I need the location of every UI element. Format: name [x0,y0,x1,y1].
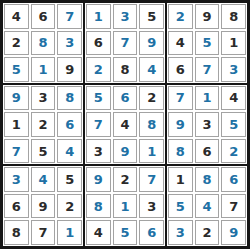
cell-r8c9[interactable]: 7 [221,194,246,219]
cell-r1c6[interactable]: 5 [139,4,164,29]
cell-r7c3[interactable]: 5 [57,167,82,192]
block-r1c3: 298451673 [166,2,248,84]
cell-r4c4[interactable]: 5 [86,86,111,111]
cell-r3c3[interactable]: 9 [57,57,82,82]
cell-r3c1[interactable]: 5 [4,57,29,82]
block-r1c2: 135679284 [84,2,166,84]
block-r1c1: 467283519 [2,2,84,84]
cell-r8c2[interactable]: 9 [31,194,56,219]
cell-r6c7[interactable]: 8 [168,139,193,164]
cell-r9c2[interactable]: 7 [31,220,56,245]
cell-r6c6[interactable]: 1 [139,139,164,164]
cell-r3c6[interactable]: 4 [139,57,164,82]
cell-r3c8[interactable]: 7 [195,57,220,82]
cell-r6c4[interactable]: 3 [86,139,111,164]
cell-r7c8[interactable]: 8 [195,167,220,192]
cell-r2c1[interactable]: 2 [4,31,29,56]
block-r3c2: 927813456 [84,165,166,247]
cell-r4c9[interactable]: 4 [221,86,246,111]
block-r3c3: 186547329 [166,165,248,247]
cell-r1c2[interactable]: 6 [31,4,56,29]
block-r2c3: 714935862 [166,84,248,166]
cell-r8c4[interactable]: 8 [86,194,111,219]
cell-r2c9[interactable]: 1 [221,31,246,56]
cell-r4c1[interactable]: 9 [4,86,29,111]
cell-r8c3[interactable]: 2 [57,194,82,219]
cell-r9c8[interactable]: 2 [195,220,220,245]
cell-r4c7[interactable]: 7 [168,86,193,111]
cell-r5c3[interactable]: 6 [57,112,82,137]
cell-r3c5[interactable]: 8 [113,57,138,82]
cell-r9c4[interactable]: 4 [86,220,111,245]
block-r2c2: 562748391 [84,84,166,166]
cell-r3c4[interactable]: 2 [86,57,111,82]
cell-r8c7[interactable]: 5 [168,194,193,219]
cell-r5c7[interactable]: 9 [168,112,193,137]
cell-r9c5[interactable]: 5 [113,220,138,245]
cell-r3c9[interactable]: 3 [221,57,246,82]
cell-r8c1[interactable]: 6 [4,194,29,219]
cell-r8c6[interactable]: 3 [139,194,164,219]
cell-r7c2[interactable]: 4 [31,167,56,192]
cell-r2c8[interactable]: 5 [195,31,220,56]
cell-r2c6[interactable]: 9 [139,31,164,56]
cell-r7c6[interactable]: 7 [139,167,164,192]
cell-r9c6[interactable]: 6 [139,220,164,245]
cell-r1c4[interactable]: 1 [86,4,111,29]
cell-r9c3[interactable]: 1 [57,220,82,245]
cell-r5c5[interactable]: 4 [113,112,138,137]
cell-r3c7[interactable]: 6 [168,57,193,82]
block-r2c1: 938126754 [2,84,84,166]
cell-r2c3[interactable]: 3 [57,31,82,56]
cell-r5c1[interactable]: 1 [4,112,29,137]
cell-r5c9[interactable]: 5 [221,112,246,137]
cell-r7c7[interactable]: 1 [168,167,193,192]
cell-r6c9[interactable]: 2 [221,139,246,164]
cell-r8c5[interactable]: 1 [113,194,138,219]
cell-r4c3[interactable]: 8 [57,86,82,111]
cell-r7c5[interactable]: 2 [113,167,138,192]
cell-r6c5[interactable]: 9 [113,139,138,164]
cell-r1c3[interactable]: 7 [57,4,82,29]
cell-r1c1[interactable]: 4 [4,4,29,29]
cell-r1c9[interactable]: 8 [221,4,246,29]
cell-r5c8[interactable]: 3 [195,112,220,137]
cell-r4c6[interactable]: 2 [139,86,164,111]
cell-r2c7[interactable]: 4 [168,31,193,56]
cell-r7c4[interactable]: 9 [86,167,111,192]
cell-r2c4[interactable]: 6 [86,31,111,56]
sudoku-board: 4672835191356792842984516739381267545627… [0,0,250,249]
cell-r4c8[interactable]: 1 [195,86,220,111]
cell-r9c1[interactable]: 8 [4,220,29,245]
cell-r4c2[interactable]: 3 [31,86,56,111]
cell-r3c2[interactable]: 1 [31,57,56,82]
cell-r1c5[interactable]: 3 [113,4,138,29]
cell-r6c3[interactable]: 4 [57,139,82,164]
cell-r1c8[interactable]: 9 [195,4,220,29]
cell-r5c2[interactable]: 2 [31,112,56,137]
cell-r5c4[interactable]: 7 [86,112,111,137]
cell-r9c9[interactable]: 9 [221,220,246,245]
cell-r6c2[interactable]: 5 [31,139,56,164]
cell-r5c6[interactable]: 8 [139,112,164,137]
cell-r4c5[interactable]: 6 [113,86,138,111]
cell-r7c1[interactable]: 3 [4,167,29,192]
cell-r9c7[interactable]: 3 [168,220,193,245]
cell-r8c8[interactable]: 4 [195,194,220,219]
cell-r1c7[interactable]: 2 [168,4,193,29]
block-r3c1: 345692871 [2,165,84,247]
cell-r2c5[interactable]: 7 [113,31,138,56]
cell-r7c9[interactable]: 6 [221,167,246,192]
cell-r6c1[interactable]: 7 [4,139,29,164]
cell-r2c2[interactable]: 8 [31,31,56,56]
cell-r6c8[interactable]: 6 [195,139,220,164]
